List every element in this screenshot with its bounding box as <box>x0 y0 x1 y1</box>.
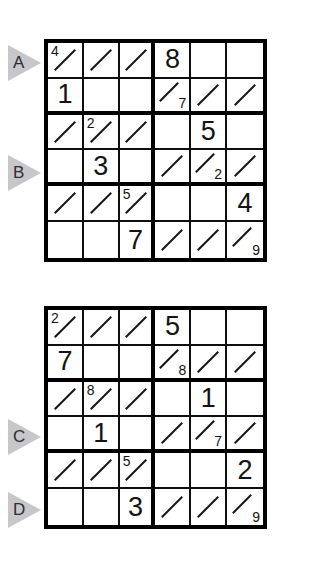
cell-r1c6[interactable] <box>227 310 263 346</box>
cell-r5c2[interactable] <box>84 453 120 489</box>
row-marker-label: A <box>13 53 24 73</box>
slash-icon <box>90 459 112 481</box>
cell-r6c6[interactable]: 9 <box>227 489 263 525</box>
cell-r1c4[interactable]: 8 <box>155 43 191 79</box>
cell-r4c2[interactable]: 3 <box>84 150 120 186</box>
cell-r3c1[interactable] <box>48 115 84 151</box>
given-digit: 4 <box>227 186 263 220</box>
slash-icon <box>232 494 252 514</box>
cell-r4c1[interactable] <box>48 417 84 453</box>
cell-r1c4[interactable]: 5 <box>155 310 191 346</box>
cell-r1c5[interactable] <box>191 43 227 79</box>
cell-r6c2[interactable] <box>84 222 120 258</box>
cell-r5c4[interactable] <box>155 453 191 489</box>
cell-r2c5[interactable] <box>191 79 227 115</box>
slash-icon <box>195 154 215 174</box>
cell-r4c5[interactable]: 7 <box>191 417 227 453</box>
given-digit: 2 <box>227 453 263 487</box>
slash-icon <box>54 121 76 143</box>
row-marker-d: D <box>8 492 41 528</box>
cell-r4c6[interactable] <box>227 150 263 186</box>
cell-r4c2[interactable]: 1 <box>84 417 120 453</box>
cell-r3c4[interactable] <box>155 382 191 418</box>
given-digit: 5 <box>155 310 189 344</box>
cell-r2c2[interactable] <box>84 346 120 382</box>
given-digit: 1 <box>84 417 118 449</box>
slash-icon <box>90 192 112 214</box>
cell-r6c4[interactable] <box>155 489 191 525</box>
cell-r1c1[interactable]: 2 <box>48 310 84 346</box>
cell-r1c1[interactable]: 4 <box>48 43 84 79</box>
slash-icon <box>90 316 112 338</box>
cell-r4c3[interactable] <box>120 417 156 453</box>
small-given-digit: 4 <box>51 44 59 58</box>
slash-icon <box>234 84 256 106</box>
row-marker-c: C <box>8 419 41 455</box>
cell-r5c1[interactable] <box>48 453 84 489</box>
cell-r5c3[interactable]: 5 <box>120 453 156 489</box>
cell-r2c4[interactable]: 7 <box>155 79 191 115</box>
slash-icon <box>232 227 252 247</box>
small-given-digit: 8 <box>87 383 95 397</box>
cell-r2c6[interactable] <box>227 346 263 382</box>
given-digit: 1 <box>191 382 225 416</box>
slash-icon <box>54 192 76 214</box>
given-digit: 7 <box>48 346 82 378</box>
row-marker-b: B <box>8 155 41 191</box>
cell-r2c4[interactable]: 8 <box>155 346 191 382</box>
cell-r6c6[interactable]: 9 <box>227 222 263 258</box>
cell-r5c6[interactable]: 4 <box>227 186 263 222</box>
cell-r3c5[interactable]: 1 <box>191 382 227 418</box>
slash-icon <box>234 422 256 444</box>
small-given-digit: 9 <box>252 243 260 257</box>
cell-r6c2[interactable] <box>84 489 120 525</box>
given-digit: 3 <box>120 489 152 525</box>
slash-icon <box>161 496 183 518</box>
cell-r3c5[interactable]: 5 <box>191 115 227 151</box>
row-marker-label: D <box>13 500 25 520</box>
slash-icon <box>125 49 147 71</box>
cell-r1c3[interactable] <box>120 310 156 346</box>
small-given-digit: 8 <box>179 363 187 377</box>
cell-r6c5[interactable] <box>191 222 227 258</box>
row-marker-label: C <box>13 427 25 447</box>
slash-icon <box>195 421 215 441</box>
slash-icon <box>54 388 76 410</box>
cell-r3c3[interactable] <box>120 115 156 151</box>
cell-r4c1[interactable] <box>48 150 84 186</box>
cell-r3c6[interactable] <box>227 115 263 151</box>
cell-r6c5[interactable] <box>191 489 227 525</box>
given-digit: 8 <box>155 43 189 77</box>
slash-icon <box>197 496 219 518</box>
cell-r4c6[interactable] <box>227 417 263 453</box>
slash-icon <box>161 155 183 177</box>
cell-r1c3[interactable] <box>120 43 156 79</box>
cell-r2c6[interactable] <box>227 79 263 115</box>
small-given-digit: 2 <box>87 116 95 130</box>
cell-r1c6[interactable] <box>227 43 263 79</box>
small-given-digit: 5 <box>123 454 131 468</box>
cell-r4c4[interactable] <box>155 417 191 453</box>
row-marker-label: B <box>13 163 24 183</box>
cell-r5c6[interactable]: 2 <box>227 453 263 489</box>
slash-icon <box>161 422 183 444</box>
slash-icon <box>197 84 219 106</box>
given-digit: 3 <box>84 150 118 182</box>
slash-icon <box>125 388 147 410</box>
cell-r2c5[interactable] <box>191 346 227 382</box>
cell-r6c4[interactable] <box>155 222 191 258</box>
cell-r1c5[interactable] <box>191 310 227 346</box>
given-digit: 7 <box>120 222 152 258</box>
slash-icon <box>234 351 256 373</box>
cell-r2c2[interactable] <box>84 79 120 115</box>
cell-r3c2[interactable]: 8 <box>84 382 120 418</box>
cell-r2c3[interactable] <box>120 79 156 115</box>
cell-r3c3[interactable] <box>120 382 156 418</box>
cell-r2c1[interactable]: 7 <box>48 346 84 382</box>
cell-r2c3[interactable] <box>120 346 156 382</box>
cell-r6c3[interactable]: 3 <box>120 489 156 525</box>
cell-r6c1[interactable] <box>48 489 84 525</box>
cell-r4c4[interactable] <box>155 150 191 186</box>
given-digit: 5 <box>191 115 225 149</box>
cell-r5c5[interactable] <box>191 453 227 489</box>
cell-r3c1[interactable] <box>48 382 84 418</box>
cell-r6c1[interactable] <box>48 222 84 258</box>
sudoku-board-top: 481725325479 <box>44 39 267 262</box>
small-given-digit: 2 <box>214 167 222 181</box>
cell-r3c2[interactable]: 2 <box>84 115 120 151</box>
small-given-digit: 7 <box>214 434 222 448</box>
small-given-digit: 2 <box>51 311 59 325</box>
given-digit: 1 <box>48 79 82 111</box>
slash-icon <box>160 349 180 369</box>
cell-r3c4[interactable] <box>155 115 191 151</box>
puzzle-page: A B C D 481725325479 257881175239 <box>0 0 312 570</box>
slash-icon <box>197 351 219 373</box>
cell-r5c3[interactable]: 5 <box>120 186 156 222</box>
row-marker-a: A <box>8 45 41 81</box>
slash-icon <box>161 229 183 251</box>
slash-icon <box>54 459 76 481</box>
sudoku-board-bottom: 257881175239 <box>44 306 267 529</box>
cell-r5c1[interactable] <box>48 186 84 222</box>
cell-r5c5[interactable] <box>191 186 227 222</box>
small-given-digit: 7 <box>179 96 187 110</box>
small-given-digit: 9 <box>252 510 260 524</box>
cell-r4c5[interactable]: 2 <box>191 150 227 186</box>
slash-icon <box>234 155 256 177</box>
cell-r4c3[interactable] <box>120 150 156 186</box>
slash-icon <box>160 82 180 102</box>
cell-r5c4[interactable] <box>155 186 191 222</box>
cell-r3c6[interactable] <box>227 382 263 418</box>
small-given-digit: 5 <box>123 187 131 201</box>
cell-r2c1[interactable]: 1 <box>48 79 84 115</box>
slash-icon <box>125 121 147 143</box>
slash-icon <box>197 229 219 251</box>
slash-icon <box>125 316 147 338</box>
cell-r1c2[interactable] <box>84 43 120 79</box>
cell-r5c2[interactable] <box>84 186 120 222</box>
slash-icon <box>90 49 112 71</box>
cell-r1c2[interactable] <box>84 310 120 346</box>
cell-r6c3[interactable]: 7 <box>120 222 156 258</box>
